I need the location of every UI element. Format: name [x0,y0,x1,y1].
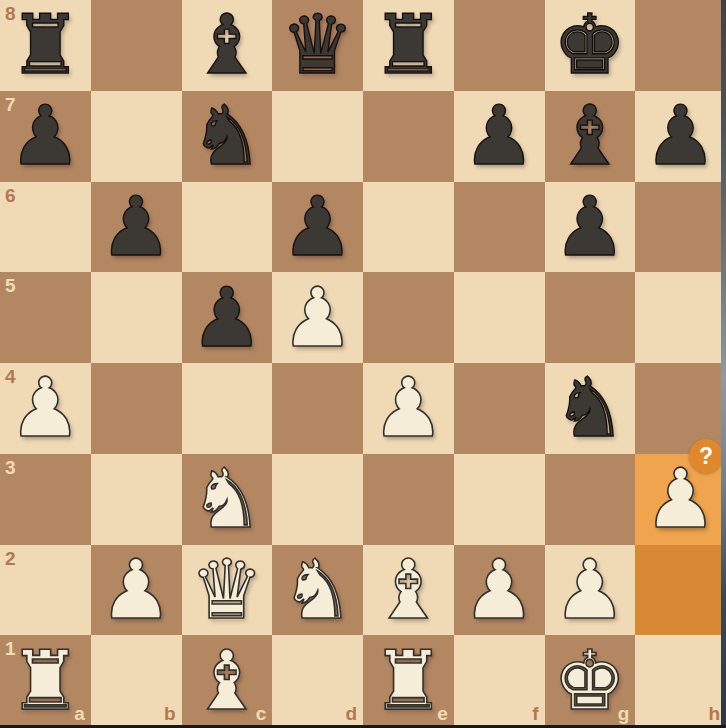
square-e8[interactable]: ♜ [363,0,454,91]
square-f1[interactable]: f [454,635,545,726]
square-h2[interactable] [635,545,726,636]
square-d2[interactable]: ♞ [272,545,363,636]
mistake-badge: ? [689,439,723,473]
file-label-c: c [256,704,267,723]
square-e3[interactable] [363,454,454,545]
square-c7[interactable]: ♞ [182,91,273,182]
square-e6[interactable] [363,182,454,273]
square-c6[interactable] [182,182,273,273]
white-pawn[interactable]: ♟ [372,363,446,453]
file-label-g: g [618,704,630,723]
square-g1[interactable]: g♚ [545,635,636,726]
white-pawn[interactable]: ♟ [462,545,536,635]
square-d7[interactable] [272,91,363,182]
square-c1[interactable]: c♝ [182,635,273,726]
white-bishop[interactable]: ♝ [372,545,446,635]
square-b7[interactable] [91,91,182,182]
square-a2[interactable]: 2 [0,545,91,636]
white-knight[interactable]: ♞ [190,454,264,544]
square-a4[interactable]: 4♟ [0,363,91,454]
chess-board: 8♜♝♛♜♚7♟♞♟♝♟6♟♟♟5♟♟4♟♟♞3♞♟2♟♛♞♝♟♟1a♜bc♝d… [0,0,726,726]
black-knight[interactable]: ♞ [553,363,627,453]
square-d4[interactable] [272,363,363,454]
square-f5[interactable] [454,272,545,363]
rank-label-4: 4 [5,367,16,386]
square-h8[interactable] [635,0,726,91]
black-pawn[interactable]: ♟ [553,182,627,272]
square-d1[interactable]: d [272,635,363,726]
square-h6[interactable] [635,182,726,273]
square-h5[interactable] [635,272,726,363]
screen-edge-right [721,0,726,728]
rank-label-5: 5 [5,276,16,295]
square-g5[interactable] [545,272,636,363]
white-pawn[interactable]: ♟ [99,545,173,635]
square-a6[interactable]: 6 [0,182,91,273]
file-label-f: f [532,704,538,723]
file-label-a: a [74,704,85,723]
rank-label-2: 2 [5,549,16,568]
square-b6[interactable]: ♟ [91,182,182,273]
file-label-e: e [437,704,448,723]
rank-label-8: 8 [5,4,16,23]
white-pawn[interactable]: ♟ [553,545,627,635]
rank-label-1: 1 [5,639,16,658]
square-c4[interactable] [182,363,273,454]
black-rook[interactable]: ♜ [9,0,83,90]
file-label-d: d [345,704,357,723]
square-d8[interactable]: ♛ [272,0,363,91]
square-d5[interactable]: ♟ [272,272,363,363]
square-f8[interactable] [454,0,545,91]
white-rook[interactable]: ♜ [372,636,446,726]
square-a7[interactable]: 7♟ [0,91,91,182]
square-d3[interactable] [272,454,363,545]
square-b5[interactable] [91,272,182,363]
black-pawn[interactable]: ♟ [9,91,83,181]
rank-label-7: 7 [5,95,16,114]
mistake-badge-symbol: ? [699,445,713,468]
file-label-b: b [164,704,176,723]
square-e5[interactable] [363,272,454,363]
square-g8[interactable]: ♚ [545,0,636,91]
white-pawn[interactable]: ♟ [9,363,83,453]
black-rook[interactable]: ♜ [372,0,446,90]
square-e1[interactable]: e♜ [363,635,454,726]
square-e4[interactable]: ♟ [363,363,454,454]
chess-board-screenshot: 8♜♝♛♜♚7♟♞♟♝♟6♟♟♟5♟♟4♟♟♞3♞♟2♟♛♞♝♟♟1a♜bc♝d… [0,0,726,728]
square-h7[interactable]: ♟ [635,91,726,182]
square-f3[interactable] [454,454,545,545]
square-b8[interactable] [91,0,182,91]
black-bishop[interactable]: ♝ [190,0,264,90]
square-e2[interactable]: ♝ [363,545,454,636]
square-g4[interactable]: ♞ [545,363,636,454]
white-bishop[interactable]: ♝ [190,636,264,726]
black-pawn[interactable]: ♟ [462,91,536,181]
square-a3[interactable]: 3 [0,454,91,545]
square-c8[interactable]: ♝ [182,0,273,91]
black-pawn[interactable]: ♟ [281,182,355,272]
white-knight[interactable]: ♞ [281,545,355,635]
square-c5[interactable]: ♟ [182,272,273,363]
square-d6[interactable]: ♟ [272,182,363,273]
black-knight[interactable]: ♞ [190,91,264,181]
square-b4[interactable] [91,363,182,454]
square-g7[interactable]: ♝ [545,91,636,182]
square-g6[interactable]: ♟ [545,182,636,273]
black-pawn[interactable]: ♟ [644,91,718,181]
white-king[interactable]: ♚ [553,636,627,726]
square-a1[interactable]: 1a♜ [0,635,91,726]
square-g3[interactable] [545,454,636,545]
square-c2[interactable]: ♛ [182,545,273,636]
square-a8[interactable]: 8♜ [0,0,91,91]
black-queen[interactable]: ♛ [281,0,355,90]
black-pawn[interactable]: ♟ [99,182,173,272]
square-b3[interactable] [91,454,182,545]
white-pawn[interactable]: ♟ [281,273,355,363]
black-king[interactable]: ♚ [553,0,627,90]
white-queen[interactable]: ♛ [190,545,264,635]
rank-label-6: 6 [5,186,16,205]
square-f2[interactable]: ♟ [454,545,545,636]
white-rook[interactable]: ♜ [9,636,83,726]
square-f4[interactable] [454,363,545,454]
black-pawn[interactable]: ♟ [190,273,264,363]
square-e7[interactable] [363,91,454,182]
square-a5[interactable]: 5 [0,272,91,363]
square-f6[interactable] [454,182,545,273]
square-b2[interactable]: ♟ [91,545,182,636]
square-b1[interactable]: b [91,635,182,726]
rank-label-3: 3 [5,458,16,477]
square-f7[interactable]: ♟ [454,91,545,182]
square-g2[interactable]: ♟ [545,545,636,636]
square-h1[interactable]: h [635,635,726,726]
square-c3[interactable]: ♞ [182,454,273,545]
black-bishop[interactable]: ♝ [553,91,627,181]
file-label-h: h [708,704,720,723]
